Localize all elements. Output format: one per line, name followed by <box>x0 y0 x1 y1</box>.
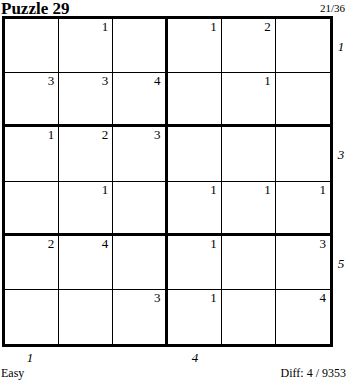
clue-r1c4: 1 <box>210 20 217 34</box>
clue-r1c5: 2 <box>264 20 271 34</box>
cell-r5c6[interactable]: 3 <box>276 236 330 290</box>
cell-r3c4[interactable] <box>168 127 222 181</box>
cell-r6c3[interactable]: 3 <box>113 290 167 344</box>
cell-r1c3[interactable] <box>113 19 167 73</box>
clue-r5c2: 4 <box>102 237 109 251</box>
cell-r4c6[interactable]: 1 <box>276 182 330 236</box>
clue-r5c4: 1 <box>210 237 217 251</box>
cell-r2c3[interactable]: 4 <box>113 73 167 127</box>
difficulty-label: Easy <box>1 367 24 379</box>
col-label-4: 4 <box>168 351 222 364</box>
cell-r2c5[interactable]: 1 <box>222 73 276 127</box>
clue-r6c4: 1 <box>210 291 217 305</box>
cell-r1c2[interactable]: 1 <box>59 19 113 73</box>
clue-r2c1: 3 <box>48 74 55 88</box>
clue-r3c3: 3 <box>154 128 161 142</box>
cell-r5c1[interactable]: 2 <box>5 236 59 290</box>
clue-r5c6: 3 <box>320 237 327 251</box>
cell-r3c2[interactable]: 2 <box>59 127 113 181</box>
cell-r6c4[interactable]: 1 <box>168 290 222 344</box>
given-count: 21/36 <box>320 3 345 14</box>
clue-r2c2: 3 <box>102 74 109 88</box>
cell-r6c2[interactable] <box>59 290 113 344</box>
cell-r5c5[interactable] <box>222 236 276 290</box>
cell-r5c4[interactable]: 1 <box>168 236 222 290</box>
puzzle-grid: 1 1 2 3 3 4 1 1 2 3 1 1 1 1 2 4 1 3 3 <box>2 16 333 347</box>
cell-r1c4[interactable]: 1 <box>168 19 222 73</box>
cell-r4c5[interactable]: 1 <box>222 182 276 236</box>
cell-r1c5[interactable]: 2 <box>222 19 276 73</box>
cell-r1c1[interactable] <box>5 19 59 73</box>
clue-r5c1: 2 <box>48 237 55 251</box>
clue-r4c2: 1 <box>102 183 109 197</box>
col-label-1: 1 <box>3 351 57 364</box>
cell-r2c1[interactable]: 3 <box>5 73 59 127</box>
cell-r6c1[interactable] <box>5 290 59 344</box>
row-label-5: 5 <box>335 257 347 270</box>
cell-r3c6[interactable] <box>276 127 330 181</box>
clue-r3c2: 2 <box>102 128 109 142</box>
cell-r6c5[interactable] <box>222 290 276 344</box>
cell-r2c2[interactable]: 3 <box>59 73 113 127</box>
clue-r2c5: 1 <box>264 74 271 88</box>
clue-r4c4: 1 <box>210 183 217 197</box>
clue-r3c1: 1 <box>48 128 55 142</box>
cell-r4c4[interactable]: 1 <box>168 182 222 236</box>
clue-r4c5: 1 <box>264 183 271 197</box>
cell-r4c1[interactable] <box>5 182 59 236</box>
clue-r4c6: 1 <box>320 183 327 197</box>
cell-r4c3[interactable] <box>113 182 167 236</box>
cell-r2c4[interactable] <box>168 73 222 127</box>
clue-r1c2: 1 <box>102 20 109 34</box>
cell-r3c3[interactable]: 3 <box>113 127 167 181</box>
puzzle-page: Puzzle 29 21/36 1 1 2 3 3 4 1 1 2 3 1 1 … <box>0 0 347 382</box>
clue-r6c3: 3 <box>154 291 161 305</box>
cell-r2c6[interactable] <box>276 73 330 127</box>
clue-r6c6: 4 <box>320 291 327 305</box>
page-title: Puzzle 29 <box>1 0 69 17</box>
row-label-1: 1 <box>335 40 347 53</box>
row-label-3: 3 <box>335 148 347 161</box>
cell-r3c1[interactable]: 1 <box>5 127 59 181</box>
cell-r5c3[interactable] <box>113 236 167 290</box>
clue-r2c3: 4 <box>154 74 161 88</box>
cell-r3c5[interactable] <box>222 127 276 181</box>
cell-r5c2[interactable]: 4 <box>59 236 113 290</box>
cell-r4c2[interactable]: 1 <box>59 182 113 236</box>
diff-rating: Diff: 4 / 9353 <box>281 367 346 379</box>
cell-r6c6[interactable]: 4 <box>276 290 330 344</box>
cell-r1c6[interactable] <box>276 19 330 73</box>
